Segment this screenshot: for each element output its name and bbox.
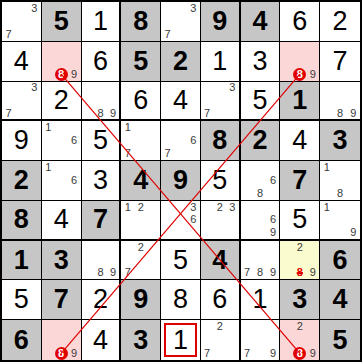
solved-digit: 4 [54, 206, 69, 233]
cell-r4c2[interactable]: 16 [42, 121, 82, 161]
empty-candidate-slot [320, 82, 333, 95]
empty-candidate-slot [42, 134, 55, 147]
given-digit: 9 [212, 8, 227, 35]
empty-candidate-slot [226, 333, 239, 346]
given-digit: 6 [333, 247, 348, 274]
empty-candidate-slot [55, 55, 68, 68]
solved-digit: 6 [133, 87, 148, 114]
cell-r5c8[interactable]: 7 [280, 161, 320, 201]
candidate-9: 9 [267, 267, 280, 280]
candidate-grid: 89 [82, 82, 120, 120]
empty-candidate-slot [201, 320, 214, 333]
candidate-1: 1 [320, 161, 333, 174]
cell-r7c9[interactable]: 6 [320, 241, 360, 281]
solved-digit: 1 [173, 327, 188, 354]
candidate-2: 2 [134, 201, 147, 214]
candidate-1: 1 [320, 201, 333, 214]
cell-r7c3[interactable]: 89 [82, 241, 122, 281]
given-digit: 4 [333, 286, 348, 313]
empty-candidate-slot [161, 226, 174, 239]
cell-r7c7[interactable]: 789 [241, 241, 281, 281]
empty-candidate-slot [147, 226, 160, 239]
candidate-8: 8 [94, 267, 107, 280]
empty-candidate-slot [68, 55, 81, 68]
empty-candidate-slot [320, 94, 333, 107]
empty-candidate-slot [347, 213, 360, 226]
given-digit: 5 [133, 48, 148, 75]
empty-candidate-slot [147, 213, 160, 226]
empty-candidate-slot [333, 161, 346, 174]
empty-candidate-slot [280, 267, 293, 280]
empty-candidate-slot [107, 94, 120, 107]
empty-candidate-slot [213, 347, 226, 360]
cell-r5c5[interactable]: 9 [161, 161, 201, 201]
candidate-2: 2 [134, 241, 147, 254]
cell-r1c5[interactable]: 37 [161, 2, 201, 42]
cell-r7c6[interactable]: 4 [201, 241, 241, 281]
cell-r9c5[interactable]: 1 [161, 320, 201, 360]
empty-candidate-slot [42, 320, 55, 333]
solved-digit: 3 [93, 167, 108, 194]
candidate-grid: 79 [241, 320, 280, 360]
empty-candidate-slot [241, 226, 254, 239]
empty-candidate-slot [267, 254, 280, 267]
solved-digit: 4 [173, 87, 188, 114]
empty-candidate-slot [121, 226, 134, 239]
cell-r9c6[interactable]: 27 [201, 320, 241, 360]
empty-candidate-slot [42, 147, 55, 160]
given-digit: 2 [14, 167, 29, 194]
empty-candidate-slot [82, 82, 95, 95]
empty-candidate-slot [55, 42, 68, 55]
cell-r2c1[interactable]: 4 [2, 42, 42, 82]
candidate-3: 3 [226, 201, 239, 214]
cell-r2c6[interactable]: 1 [201, 42, 241, 82]
empty-candidate-slot [280, 347, 293, 360]
cell-r5c7[interactable]: 68 [241, 161, 281, 201]
candidate-9: 9 [267, 347, 280, 360]
cell-r7c2[interactable]: 3 [42, 241, 82, 281]
given-digit: 2 [253, 127, 268, 154]
candidate-9: 9 [68, 347, 81, 360]
given-digit: 8 [14, 206, 29, 233]
empty-candidate-slot [68, 161, 81, 174]
empty-candidate-slot [293, 42, 306, 55]
empty-candidate-slot [55, 147, 68, 160]
empty-candidate-slot [226, 226, 239, 239]
cell-r4c8[interactable]: 4 [280, 121, 320, 161]
empty-candidate-slot [226, 320, 239, 333]
cell-r9c2[interactable]: 89 [42, 320, 82, 360]
solved-digit: 4 [14, 48, 29, 75]
candidate-9: 9 [306, 267, 319, 280]
cell-r5c9[interactable]: 18 [320, 161, 360, 201]
cell-r2c9[interactable]: 7 [320, 42, 360, 82]
empty-candidate-slot [68, 187, 81, 200]
cell-r6c6[interactable]: 23 [201, 201, 241, 241]
empty-candidate-slot [134, 226, 147, 239]
cell-r1c4[interactable]: 8 [121, 2, 161, 42]
empty-candidate-slot [55, 174, 68, 187]
candidate-grid: 37 [161, 2, 200, 41]
cell-r4c5[interactable]: 67 [161, 121, 201, 161]
cell-r1c6[interactable]: 9 [201, 2, 241, 42]
given-digit: 3 [292, 286, 307, 313]
cell-r6c2[interactable]: 4 [42, 201, 82, 241]
empty-candidate-slot [201, 82, 214, 95]
empty-candidate-slot [121, 134, 134, 147]
cell-r4c4[interactable]: 17 [121, 121, 161, 161]
cell-r6c7[interactable]: 69 [241, 201, 281, 241]
cell-r1c3[interactable]: 1 [82, 2, 122, 42]
solved-digit: 1 [253, 286, 268, 313]
empty-candidate-slot [254, 333, 267, 346]
candidate-6: 6 [68, 174, 81, 187]
empty-candidate-slot [134, 267, 147, 280]
cell-r2c4[interactable]: 5 [121, 42, 161, 82]
candidate-9: 9 [347, 226, 360, 239]
given-digit: 4 [212, 247, 227, 274]
candidate-grid: 16 [42, 161, 81, 200]
cell-r2c8[interactable]: 89 [280, 42, 320, 82]
cell-r8c3[interactable]: 2 [82, 280, 122, 320]
given-digit: 7 [292, 167, 307, 194]
empty-candidate-slot [241, 241, 254, 254]
empty-candidate-slot [147, 267, 160, 280]
empty-candidate-slot [333, 226, 346, 239]
empty-candidate-slot [161, 2, 174, 15]
empty-candidate-slot [347, 201, 360, 214]
empty-candidate-slot [147, 134, 160, 147]
empty-candidate-slot [174, 226, 187, 239]
solved-digit: 5 [14, 286, 29, 313]
empty-candidate-slot [347, 187, 360, 200]
cell-r9c3[interactable]: 4 [82, 320, 122, 360]
empty-candidate-slot [280, 320, 293, 333]
cell-r8c6[interactable]: 6 [201, 280, 241, 320]
cell-r1c8[interactable]: 6 [280, 2, 320, 42]
circled-candidate-8: 8 [55, 347, 68, 360]
empty-candidate-slot [280, 241, 293, 254]
empty-candidate-slot [254, 241, 267, 254]
cell-r9c4[interactable]: 3 [121, 320, 161, 360]
cell-r5c3[interactable]: 3 [82, 161, 122, 201]
cell-r5c1[interactable]: 2 [2, 161, 42, 201]
empty-candidate-slot [15, 2, 28, 15]
empty-candidate-slot [94, 82, 107, 95]
given-digit: 5 [333, 327, 348, 354]
cell-r1c2[interactable]: 5 [42, 2, 82, 42]
candidate-7: 7 [161, 28, 174, 41]
circled-candidate-8: 8 [293, 68, 306, 81]
empty-candidate-slot [201, 226, 214, 239]
empty-candidate-slot [94, 94, 107, 107]
cell-r8c5[interactable]: 8 [161, 280, 201, 320]
solved-digit: 2 [333, 8, 348, 35]
candidate-3: 3 [28, 2, 41, 15]
candidate-grid: 68 [241, 161, 280, 200]
empty-candidate-slot [267, 201, 280, 214]
empty-candidate-slot [226, 94, 239, 107]
empty-candidate-slot [320, 107, 333, 120]
cell-r4c9[interactable]: 3 [320, 121, 360, 161]
empty-candidate-slot [82, 241, 95, 254]
cell-r9c8[interactable]: 289 [280, 320, 320, 360]
candidate-grid: 289 [280, 320, 319, 360]
cell-r2c5[interactable]: 2 [161, 42, 201, 82]
empty-candidate-slot [241, 201, 254, 214]
empty-candidate-slot [68, 333, 81, 346]
empty-candidate-slot [280, 42, 293, 55]
given-digit: 9 [173, 167, 188, 194]
given-digit: 4 [253, 8, 268, 35]
candidate-grid: 37 [2, 82, 41, 120]
candidate-grid: 19 [320, 201, 360, 239]
candidate-7: 7 [2, 107, 15, 120]
empty-candidate-slot [333, 174, 346, 187]
cell-r5c2[interactable]: 16 [42, 161, 82, 201]
empty-candidate-slot [241, 187, 254, 200]
empty-candidate-slot [147, 121, 160, 134]
cell-r3c1[interactable]: 37 [2, 82, 42, 122]
empty-candidate-slot [254, 161, 267, 174]
empty-candidate-slot [333, 82, 346, 95]
cell-r4c6[interactable]: 8 [201, 121, 241, 161]
empty-candidate-slot [28, 15, 41, 28]
candidate-grid: 69 [241, 201, 280, 239]
candidate-grid: 289 [280, 241, 319, 280]
solved-digit: 2 [93, 286, 108, 313]
cell-r3c3[interactable]: 89 [82, 82, 122, 122]
cell-r9c9[interactable]: 5 [320, 320, 360, 360]
solved-digit: 5 [212, 167, 227, 194]
empty-candidate-slot [82, 254, 95, 267]
empty-candidate-slot [15, 15, 28, 28]
circled-candidate-8: 8 [293, 347, 306, 360]
candidate-6: 6 [68, 134, 81, 147]
solved-digit: 7 [333, 48, 348, 75]
empty-candidate-slot [293, 55, 306, 68]
empty-candidate-slot [187, 226, 200, 239]
empty-candidate-slot [68, 42, 81, 55]
cell-r4c7[interactable]: 2 [241, 121, 281, 161]
cell-r8c9[interactable]: 4 [320, 280, 360, 320]
empty-candidate-slot [82, 107, 95, 120]
given-digit: 8 [212, 127, 227, 154]
candidate-3: 3 [226, 82, 239, 95]
solved-digit: 5 [93, 127, 108, 154]
candidate-6: 6 [267, 174, 280, 187]
cell-r8c4[interactable]: 9 [121, 280, 161, 320]
cell-r7c1[interactable]: 1 [2, 241, 42, 281]
empty-candidate-slot [213, 213, 226, 226]
empty-candidate-slot [267, 320, 280, 333]
candidate-9: 9 [306, 347, 319, 360]
candidate-9: 9 [107, 107, 120, 120]
candidate-grid: 16 [42, 121, 81, 160]
sudoku-board: 3751837946248965213897372896437518991651… [0, 0, 362, 362]
empty-candidate-slot [55, 187, 68, 200]
candidate-grid: 89 [82, 241, 120, 280]
empty-candidate-slot [68, 147, 81, 160]
cell-r8c7[interactable]: 1 [241, 280, 281, 320]
candidate-grid: 17 [121, 121, 160, 160]
cell-r1c7[interactable]: 4 [241, 2, 281, 42]
empty-candidate-slot [134, 213, 147, 226]
empty-candidate-slot [280, 68, 293, 81]
empty-candidate-slot [241, 213, 254, 226]
empty-candidate-slot [241, 161, 254, 174]
cell-r8c2[interactable]: 7 [42, 280, 82, 320]
candidate-7: 7 [241, 347, 254, 360]
empty-candidate-slot [213, 107, 226, 120]
candidate-9: 9 [306, 68, 319, 81]
cell-r2c7[interactable]: 3 [241, 42, 281, 82]
empty-candidate-slot [15, 28, 28, 41]
empty-candidate-slot [121, 241, 134, 254]
empty-candidate-slot [293, 254, 306, 267]
candidate-grid: 89 [42, 42, 81, 81]
empty-candidate-slot [15, 107, 28, 120]
cell-r5c6[interactable]: 5 [201, 161, 241, 201]
eliminated-candidate-8: 8 [293, 267, 306, 280]
cell-r2c2[interactable]: 89 [42, 42, 82, 82]
solved-digit: 5 [292, 206, 307, 233]
empty-candidate-slot [254, 201, 267, 214]
candidate-8: 8 [333, 107, 346, 120]
candidate-2: 2 [213, 201, 226, 214]
empty-candidate-slot [241, 174, 254, 187]
empty-candidate-slot [306, 42, 319, 55]
empty-candidate-slot [107, 82, 120, 95]
empty-candidate-slot [55, 333, 68, 346]
given-digit: 1 [14, 247, 29, 274]
empty-candidate-slot [82, 267, 95, 280]
empty-candidate-slot [107, 254, 120, 267]
empty-candidate-slot [201, 333, 214, 346]
candidate-8: 8 [254, 267, 267, 280]
cell-r2c3[interactable]: 6 [82, 42, 122, 82]
given-digit: 6 [14, 327, 29, 354]
solved-digit: 2 [54, 87, 69, 114]
solved-digit: 5 [173, 247, 188, 274]
cell-r4c1[interactable]: 9 [2, 121, 42, 161]
cell-r3c2[interactable]: 2 [42, 82, 82, 122]
empty-candidate-slot [280, 333, 293, 346]
empty-candidate-slot [134, 254, 147, 267]
candidate-1: 1 [121, 201, 134, 214]
cell-r9c7[interactable]: 79 [241, 320, 281, 360]
empty-candidate-slot [347, 82, 360, 95]
cell-r8c8[interactable]: 3 [280, 280, 320, 320]
candidate-2: 2 [293, 320, 306, 333]
candidate-2: 2 [293, 241, 306, 254]
solved-digit: 1 [212, 48, 227, 75]
cell-r6c9[interactable]: 19 [320, 201, 360, 241]
candidate-grid: 27 [121, 241, 160, 280]
empty-candidate-slot [306, 333, 319, 346]
candidate-grid: 789 [241, 241, 280, 280]
empty-candidate-slot [134, 121, 147, 134]
empty-candidate-slot [161, 134, 174, 147]
candidate-6: 6 [267, 213, 280, 226]
cell-r1c1[interactable]: 37 [2, 2, 42, 42]
cell-r8c1[interactable]: 5 [2, 280, 42, 320]
candidate-7: 7 [2, 28, 15, 41]
empty-candidate-slot [201, 201, 214, 214]
empty-candidate-slot [213, 226, 226, 239]
cell-r6c3[interactable]: 7 [82, 201, 122, 241]
solved-digit: 6 [212, 286, 227, 313]
cell-r5c4[interactable]: 4 [121, 161, 161, 201]
empty-candidate-slot [68, 121, 81, 134]
cell-r6c1[interactable]: 8 [2, 201, 42, 241]
solved-digit: 9 [14, 127, 29, 154]
candidate-6: 6 [187, 213, 200, 226]
empty-candidate-slot [226, 213, 239, 226]
solved-digit: 4 [93, 327, 108, 354]
cell-r3c8[interactable]: 1 [280, 82, 320, 122]
empty-candidate-slot [82, 94, 95, 107]
candidate-8: 8 [94, 107, 107, 120]
cell-r9c1[interactable]: 6 [2, 320, 42, 360]
given-digit: 1 [292, 87, 307, 114]
empty-candidate-slot [226, 107, 239, 120]
empty-candidate-slot [201, 94, 214, 107]
cell-r3c5[interactable]: 4 [161, 82, 201, 122]
empty-candidate-slot [306, 254, 319, 267]
cell-r3c7[interactable]: 5 [241, 82, 281, 122]
empty-candidate-slot [267, 333, 280, 346]
cell-r3c6[interactable]: 37 [201, 82, 241, 122]
cell-r6c4[interactable]: 12 [121, 201, 161, 241]
cell-r7c4[interactable]: 27 [121, 241, 161, 281]
cell-r1c9[interactable]: 2 [320, 2, 360, 42]
candidate-grid: 89 [42, 320, 81, 360]
cell-r7c8[interactable]: 289 [280, 241, 320, 281]
cell-r3c4[interactable]: 6 [121, 82, 161, 122]
empty-candidate-slot [2, 15, 15, 28]
candidate-9: 9 [347, 107, 360, 120]
solved-digit: 1 [93, 8, 108, 35]
empty-candidate-slot [174, 15, 187, 28]
empty-candidate-slot [187, 15, 200, 28]
cell-r3c9[interactable]: 89 [320, 82, 360, 122]
candidate-7: 7 [121, 267, 134, 280]
candidate-7: 7 [161, 147, 174, 160]
empty-candidate-slot [55, 161, 68, 174]
candidate-6: 6 [187, 134, 200, 147]
empty-candidate-slot [147, 201, 160, 214]
candidate-1: 1 [42, 161, 55, 174]
empty-candidate-slot [320, 213, 333, 226]
candidate-3: 3 [28, 82, 41, 95]
empty-candidate-slot [28, 107, 41, 120]
cell-r4c3[interactable]: 5 [82, 121, 122, 161]
empty-candidate-slot [254, 320, 267, 333]
cell-r6c5[interactable]: 36 [161, 201, 201, 241]
cell-r7c5[interactable]: 5 [161, 241, 201, 281]
empty-candidate-slot [147, 241, 160, 254]
empty-candidate-slot [226, 347, 239, 360]
empty-candidate-slot [267, 187, 280, 200]
candidate-9: 9 [107, 267, 120, 280]
empty-candidate-slot [28, 28, 41, 41]
empty-candidate-slot [42, 187, 55, 200]
solved-digit: 6 [292, 8, 307, 35]
cell-r6c8[interactable]: 5 [280, 201, 320, 241]
candidate-1: 1 [42, 121, 55, 134]
